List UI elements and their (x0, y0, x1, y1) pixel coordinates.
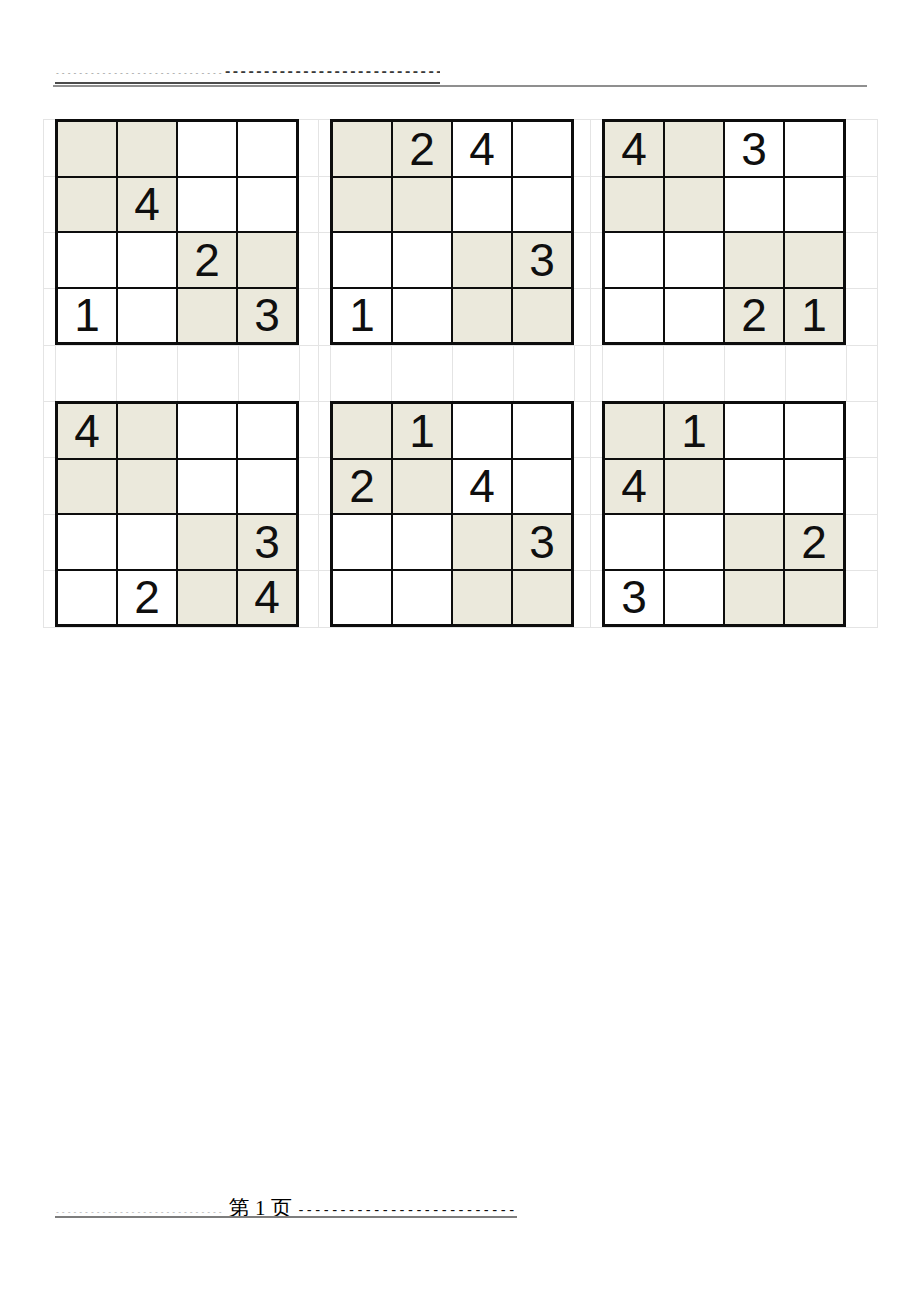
puzzle-2-cell-r4c1: 1 (333, 289, 391, 343)
puzzle-4-cell-r4c2: 2 (118, 571, 176, 625)
puzzle-4-cell-r1c3 (178, 404, 236, 458)
puzzle-6-cell-r2c2 (665, 460, 723, 514)
puzzle-2-cell-r4c2 (393, 289, 451, 343)
puzzle-4-cell-r3c1 (58, 515, 116, 569)
puzzle-5-cell-r3c1 (333, 515, 391, 569)
puzzle-1-cell-r2c4 (238, 178, 296, 232)
puzzle-6-cell-r3c4: 2 (785, 515, 843, 569)
puzzle-3: 4321 (602, 119, 846, 345)
puzzle-5-cell-r4c1 (333, 571, 391, 625)
puzzle-1-cell-r4c2 (118, 289, 176, 343)
puzzle-6-cell-r3c3 (725, 515, 783, 569)
puzzle-1-cell-r3c4 (238, 233, 296, 287)
puzzle-1: 4213 (55, 119, 299, 345)
puzzle-3-cell-r3c4 (785, 233, 843, 287)
puzzle-3-cell-r4c2 (665, 289, 723, 343)
faint-gridline-columns (55, 345, 300, 401)
puzzle-3-cell-r4c4: 1 (785, 289, 843, 343)
puzzle-6-cell-r2c4 (785, 460, 843, 514)
page-number: 第 1 页 (229, 1194, 292, 1218)
header-dashes-bold: ------------------------------- (224, 64, 440, 79)
puzzle-2-cell-r1c4 (513, 122, 571, 176)
puzzle-1-cell-r2c1 (58, 178, 116, 232)
puzzle-3-cell-r2c2 (665, 178, 723, 232)
puzzle-4-cell-r2c4 (238, 460, 296, 514)
faint-gridline-columns (330, 345, 575, 401)
puzzle-5-cell-r3c2 (393, 515, 451, 569)
puzzle-6-cell-r2c3 (725, 460, 783, 514)
faint-gridline-v (877, 119, 878, 628)
puzzle-4-cell-r1c4 (238, 404, 296, 458)
puzzle-1-cell-r2c3 (178, 178, 236, 232)
puzzle-3-cell-r4c1 (605, 289, 663, 343)
puzzle-1-cell-r3c1 (58, 233, 116, 287)
puzzle-1-cell-r3c2 (118, 233, 176, 287)
puzzle-6-cell-r1c1 (605, 404, 663, 458)
puzzle-2-cell-r2c4 (513, 178, 571, 232)
puzzle-6-cell-r1c3 (725, 404, 783, 458)
puzzle-5: 1243 (330, 401, 574, 627)
puzzle-2-cell-r3c4: 3 (513, 233, 571, 287)
puzzle-5-cell-r2c2 (393, 460, 451, 514)
puzzle-5-cell-r1c2: 1 (393, 404, 451, 458)
puzzle-4-cell-r2c2 (118, 460, 176, 514)
faint-gridline-v (43, 119, 44, 628)
puzzle-4-cell-r3c3 (178, 515, 236, 569)
worksheet-page: ----------------------------- ----------… (0, 0, 920, 1302)
puzzle-3-cell-r1c2 (665, 122, 723, 176)
puzzle-3-cell-r3c2 (665, 233, 723, 287)
footer-dashes-left: ----------------------------- (55, 1208, 224, 1217)
puzzle-2-cell-r1c1 (333, 122, 391, 176)
puzzle-6-cell-r3c1 (605, 515, 663, 569)
page-footer: ----------------------------- 第 1 页 ----… (55, 1194, 517, 1218)
puzzle-1-cell-r2c2: 4 (118, 178, 176, 232)
puzzle-2-cell-r3c2 (393, 233, 451, 287)
faint-gridline-h (43, 627, 877, 628)
puzzle-5-cell-r1c1 (333, 404, 391, 458)
page-header: ----------------------------- ----------… (55, 64, 440, 84)
puzzle-4-cell-r1c1: 4 (58, 404, 116, 458)
puzzle-4-cell-r4c1 (58, 571, 116, 625)
footer-dashes-right: ---------------------------- (297, 1202, 517, 1218)
puzzle-1-cell-r4c4: 3 (238, 289, 296, 343)
puzzle-6-cell-r3c2 (665, 515, 723, 569)
puzzle-1-cell-r1c2 (118, 122, 176, 176)
puzzle-5-cell-r1c4 (513, 404, 571, 458)
puzzle-2-cell-r2c3 (453, 178, 511, 232)
puzzle-3-cell-r3c1 (605, 233, 663, 287)
puzzle-3-cell-r2c3 (725, 178, 783, 232)
faint-gridline-columns (602, 345, 847, 401)
puzzle-5-cell-r2c4 (513, 460, 571, 514)
puzzle-2-cell-r3c3 (453, 233, 511, 287)
puzzle-4-cell-r4c3 (178, 571, 236, 625)
puzzle-1-cell-r3c3: 2 (178, 233, 236, 287)
puzzle-1-cell-r1c4 (238, 122, 296, 176)
puzzle-3-cell-r4c3: 2 (725, 289, 783, 343)
faint-gridline-v (590, 119, 591, 628)
puzzle-6: 1423 (602, 401, 846, 627)
puzzle-4-cell-r3c4: 3 (238, 515, 296, 569)
puzzle-3-cell-r2c4 (785, 178, 843, 232)
puzzle-4-cell-r1c2 (118, 404, 176, 458)
puzzle-3-cell-r1c4 (785, 122, 843, 176)
puzzle-5-cell-r2c3: 4 (453, 460, 511, 514)
puzzle-6-cell-r2c1: 4 (605, 460, 663, 514)
puzzle-2-cell-r1c3: 4 (453, 122, 511, 176)
puzzle-2-cell-r4c3 (453, 289, 511, 343)
puzzle-2-cell-r2c2 (393, 178, 451, 232)
puzzle-6-cell-r4c1: 3 (605, 571, 663, 625)
puzzle-4: 4324 (55, 401, 299, 627)
puzzle-6-cell-r1c2: 1 (665, 404, 723, 458)
puzzle-5-cell-r4c3 (453, 571, 511, 625)
puzzle-5-cell-r4c4 (513, 571, 571, 625)
puzzle-2-cell-r2c1 (333, 178, 391, 232)
header-rule (53, 85, 867, 87)
puzzle-6-cell-r4c2 (665, 571, 723, 625)
puzzle-5-cell-r3c3 (453, 515, 511, 569)
puzzle-1-cell-r1c1 (58, 122, 116, 176)
header-dashes-light: ----------------------------- (55, 69, 224, 78)
puzzle-2-cell-r4c4 (513, 289, 571, 343)
puzzle-3-cell-r1c3: 3 (725, 122, 783, 176)
puzzle-5-cell-r1c3 (453, 404, 511, 458)
puzzle-1-cell-r4c3 (178, 289, 236, 343)
puzzle-4-cell-r4c4: 4 (238, 571, 296, 625)
puzzle-4-cell-r3c2 (118, 515, 176, 569)
puzzle-3-cell-r3c3 (725, 233, 783, 287)
puzzle-6-cell-r4c3 (725, 571, 783, 625)
puzzle-4-cell-r2c3 (178, 460, 236, 514)
puzzle-6-cell-r4c4 (785, 571, 843, 625)
puzzle-5-cell-r2c1: 2 (333, 460, 391, 514)
puzzle-6-cell-r1c4 (785, 404, 843, 458)
puzzle-2-cell-r3c1 (333, 233, 391, 287)
faint-gridline-v (318, 119, 319, 628)
puzzle-2-cell-r1c2: 2 (393, 122, 451, 176)
puzzle-1-cell-r1c3 (178, 122, 236, 176)
puzzle-2: 2431 (330, 119, 574, 345)
puzzle-4-cell-r2c1 (58, 460, 116, 514)
puzzle-5-cell-r3c4: 3 (513, 515, 571, 569)
puzzle-3-cell-r1c1: 4 (605, 122, 663, 176)
puzzle-1-cell-r4c1: 1 (58, 289, 116, 343)
puzzle-3-cell-r2c1 (605, 178, 663, 232)
puzzle-5-cell-r4c2 (393, 571, 451, 625)
